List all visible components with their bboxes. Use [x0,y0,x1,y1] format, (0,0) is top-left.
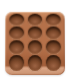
muffin-cup [9,27,24,40]
muffin-cup [28,55,43,71]
muffin-cup [9,14,24,26]
muffin-cup [46,27,61,40]
muffin-cup [46,55,61,71]
muffin-cup [9,40,24,54]
muffin-cup [28,14,43,26]
muffin-cup [46,40,61,54]
muffin-cup [46,14,61,26]
muffin-cup [9,55,24,71]
photo-background [0,0,69,84]
muffin-pan-grid [8,14,62,68]
muffin-cup [28,40,43,54]
muffin-pan [5,12,65,75]
muffin-cup [28,27,43,40]
